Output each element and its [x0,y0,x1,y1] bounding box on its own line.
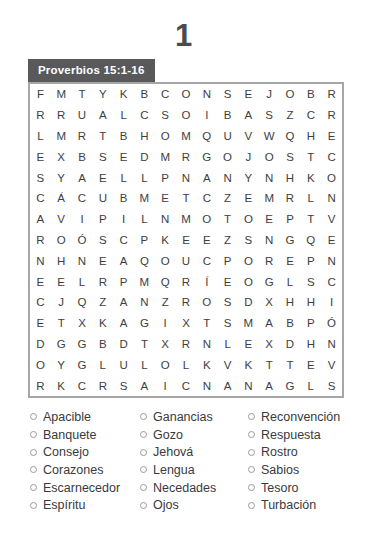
workbook-page: 1 Proverbios 15:1-16 FMTYKBCONSEJOBRRRUA… [0,0,367,550]
grid-cell-r11c3[interactable]: Q [72,292,93,313]
grid-cell-r1c8[interactable]: O [176,84,197,105]
grid-cell-r1c13[interactable]: O [280,84,301,105]
grid-cell-r3c6[interactable]: H [134,126,155,147]
grid-cell-r8c14[interactable]: Q [300,230,321,251]
grid-cell-r5c15[interactable]: O [321,167,342,188]
grid-cell-r9c2[interactable]: H [51,250,72,271]
grid-cell-r14c9[interactable]: K [196,354,217,375]
bullet-circle-icon [140,502,147,509]
grid-cell-r9c5[interactable]: A [113,250,134,271]
bullet-circle-icon [248,502,255,509]
grid-cell-r14c3[interactable]: G [72,354,93,375]
bullet-circle-icon [140,484,147,491]
grid-cell-r6c6[interactable]: M [134,188,155,209]
grid-cell-r13c3[interactable]: G [72,334,93,355]
grid-cell-r1c1[interactable]: F [30,84,51,105]
word-label: Rostro [261,445,298,459]
grid-cell-r9c12[interactable]: R [259,250,280,271]
grid-cell-r6c1[interactable]: C [30,188,51,209]
grid-cell-r1c15[interactable]: R [321,84,342,105]
grid-cell-r7c3[interactable]: I [72,209,93,230]
grid-cell-r15c14[interactable]: L [300,375,321,396]
grid-cell-r1c14[interactable]: B [300,84,321,105]
word-list: ApacibleBanqueteConsejoCorazonesEscarnec… [30,408,362,514]
grid-cell-r1c2[interactable]: M [51,84,72,105]
grid-cell-r1c3[interactable]: T [72,84,93,105]
grid-cell-r8c10[interactable]: Z [217,230,238,251]
grid-cell-r15c1[interactable]: R [30,375,51,396]
grid-cell-r8c12[interactable]: N [259,230,280,251]
grid-cell-r9c8[interactable]: U [176,250,197,271]
grid-cell-r4c4[interactable]: S [92,146,113,167]
grid-cell-r1c11[interactable]: E [238,84,259,105]
grid-cell-r8c9[interactable]: E [196,230,217,251]
grid-cell-r13c5[interactable]: D [113,334,134,355]
grid-cell-r3c2[interactable]: M [51,126,72,147]
word-label: Espíritu [43,498,85,512]
word-column-1: ApacibleBanqueteConsejoCorazonesEscarnec… [30,408,140,514]
grid-cell-r14c4[interactable]: L [92,354,113,375]
word-label: Lengua [153,463,195,477]
grid-cell-r2c4[interactable]: A [92,105,113,126]
grid-cell-r3c11[interactable]: V [238,126,259,147]
grid-cell-r15c9[interactable]: N [196,375,217,396]
grid-cell-r13c12[interactable]: X [259,334,280,355]
grid-cell-r2c5[interactable]: L [113,105,134,126]
grid-cell-r10c13[interactable]: L [280,271,301,292]
grid-cell-r6c15[interactable]: N [321,188,342,209]
grid-cell-r6c10[interactable]: Z [217,188,238,209]
grid-cell-r13c8[interactable]: R [176,334,197,355]
grid-cell-r1c5[interactable]: K [113,84,134,105]
grid-cell-r12c7[interactable]: I [155,313,176,334]
word-item[interactable]: Gozo [140,426,248,444]
grid-cell-r9c1[interactable]: N [30,250,51,271]
grid-cell-r15c8[interactable]: C [176,375,197,396]
grid-cell-r14c5[interactable]: U [113,354,134,375]
grid-cell-r5c2[interactable]: Y [51,167,72,188]
grid-cell-r2c15[interactable]: R [321,105,342,126]
grid-cell-r7c14[interactable]: T [300,209,321,230]
grid-cell-r4c5[interactable]: E [113,146,134,167]
grid-cell-r10c15[interactable]: C [321,271,342,292]
grid-cell-r6c8[interactable]: T [176,188,197,209]
grid-cell-r2c14[interactable]: C [300,105,321,126]
grid-cell-r4c12[interactable]: O [259,146,280,167]
grid-cell-r5c3[interactable]: A [72,167,93,188]
grid-cell-r5c9[interactable]: A [196,167,217,188]
bullet-circle-icon [30,449,37,456]
grid-cell-r9c9[interactable]: C [196,250,217,271]
word-label: Banquete [43,428,97,442]
grid-cell-r14c10[interactable]: V [217,354,238,375]
grid-cell-r13c9[interactable]: N [196,334,217,355]
grid-cell-r11c14[interactable]: H [300,292,321,313]
bullet-circle-icon [248,431,255,438]
bullet-circle-icon [30,502,37,509]
grid-cell-r14c12[interactable]: T [259,354,280,375]
grid-cell-r5c13[interactable]: H [280,167,301,188]
grid-cell-r7c10[interactable]: T [217,209,238,230]
grid-cell-r11c9[interactable]: O [196,292,217,313]
word-label: Corazones [43,463,103,477]
grid-cell-r4c10[interactable]: O [217,146,238,167]
grid-cell-r15c6[interactable]: A [134,375,155,396]
grid-cell-r1c12[interactable]: J [259,84,280,105]
grid-cell-r9c4[interactable]: E [92,250,113,271]
word-item[interactable]: Espíritu [30,496,140,514]
word-label: Turbación [261,498,316,512]
page-number-title: 1 [0,18,367,54]
grid-cell-r5c5[interactable]: L [113,167,134,188]
grid-cell-r3c9[interactable]: Q [196,126,217,147]
grid-cell-r10c3[interactable]: L [72,271,93,292]
grid-cell-r15c13[interactable]: G [280,375,301,396]
grid-cell-r8c11[interactable]: S [238,230,259,251]
grid-cell-r14c13[interactable]: T [280,354,301,375]
word-label: Escarnecedor [43,481,120,495]
grid-cell-r10c6[interactable]: M [134,271,155,292]
grid-cell-r11c4[interactable]: Z [92,292,113,313]
word-label: Jehová [153,445,193,459]
grid-cell-r7c2[interactable]: V [51,209,72,230]
grid-cell-r11c12[interactable]: X [259,292,280,313]
grid-cell-r15c7[interactable]: I [155,375,176,396]
grid-cell-r11c13[interactable]: H [280,292,301,313]
grid-cell-r5c10[interactable]: N [217,167,238,188]
word-label: Tesoro [261,481,299,495]
grid-cell-r9c7[interactable]: O [155,250,176,271]
grid-cell-r7c11[interactable]: O [238,209,259,230]
grid-cell-r10c5[interactable]: P [113,271,134,292]
grid-cell-r5c14[interactable]: K [300,167,321,188]
word-item[interactable]: Tesoro [248,479,362,497]
word-search-grid: FMTYKBCONSEJOBRRRUALCSOIBASZCRLMRTBHOMQU… [28,82,344,398]
grid-cell-r13c6[interactable]: T [134,334,155,355]
grid-cell-r7c6[interactable]: L [134,209,155,230]
grid-cell-r1c4[interactable]: Y [92,84,113,105]
grid-cell-r2c7[interactable]: S [155,105,176,126]
grid-cell-r7c9[interactable]: O [196,209,217,230]
grid-cell-r10c1[interactable]: E [30,271,51,292]
grid-cell-r12c12[interactable]: A [259,313,280,334]
grid-cell-r15c11[interactable]: N [238,375,259,396]
word-item[interactable]: Corazones [30,461,140,479]
grid-cell-r4c3[interactable]: B [72,146,93,167]
grid-cell-r8c3[interactable]: Ó [72,230,93,251]
grid-cell-r8c6[interactable]: P [134,230,155,251]
grid-cell-r10c12[interactable]: G [259,271,280,292]
word-label: Respuesta [261,428,321,442]
grid-cell-r2c8[interactable]: O [176,105,197,126]
grid-cell-r13c4[interactable]: B [92,334,113,355]
grid-cell-r4c1[interactable]: E [30,146,51,167]
grid-cell-r11c15[interactable]: I [321,292,342,313]
word-item[interactable]: Ojos [140,496,248,514]
grid-cell-r9c15[interactable]: N [321,250,342,271]
grid-cell-r6c11[interactable]: E [238,188,259,209]
bullet-circle-icon [248,466,255,473]
grid-cell-r12c5[interactable]: A [113,313,134,334]
grid-cell-r5c4[interactable]: E [92,167,113,188]
grid-cell-r15c12[interactable]: A [259,375,280,396]
grid-cell-r2c1[interactable]: R [30,105,51,126]
grid-cell-r13c2[interactable]: G [51,334,72,355]
grid-cell-r12c13[interactable]: B [280,313,301,334]
grid-cell-r6c5[interactable]: B [113,188,134,209]
word-label: Ojos [153,498,179,512]
grid-cell-r7c12[interactable]: E [259,209,280,230]
grid-cell-r12c6[interactable]: G [134,313,155,334]
grid-cell-r5c6[interactable]: L [134,167,155,188]
word-item[interactable]: Ganancias [140,408,248,426]
word-item[interactable]: Necedades [140,479,248,497]
bullet-circle-icon [140,449,147,456]
grid-cell-r8c1[interactable]: R [30,230,51,251]
grid-cell-r6c2[interactable]: Á [51,188,72,209]
grid-cell-r14c1[interactable]: O [30,354,51,375]
grid-cell-r2c13[interactable]: Z [280,105,301,126]
grid-cell-r11c8[interactable]: R [176,292,197,313]
grid-cell-r13c13[interactable]: D [280,334,301,355]
grid-cell-r12c14[interactable]: P [300,313,321,334]
grid-cell-r12c2[interactable]: T [51,313,72,334]
grid-cell-r3c1[interactable]: L [30,126,51,147]
word-label: Necedades [153,481,216,495]
grid-cell-r3c7[interactable]: O [155,126,176,147]
grid-cell-r13c7[interactable]: X [155,334,176,355]
grid-cell-r14c8[interactable]: L [176,354,197,375]
grid-cell-r3c4[interactable]: T [92,126,113,147]
scripture-reference-tab: Proverbios 15:1-16 [28,59,155,82]
grid-cell-r12c9[interactable]: T [196,313,217,334]
grid-cell-r11c6[interactable]: N [134,292,155,313]
word-item[interactable]: Apacible [30,408,140,426]
grid-cell-r2c2[interactable]: R [51,105,72,126]
grid-cell-r10c10[interactable]: E [217,271,238,292]
grid-cell-r1c9[interactable]: N [196,84,217,105]
grid-cell-r6c14[interactable]: L [300,188,321,209]
grid-cell-r12c10[interactable]: S [217,313,238,334]
grid-cell-r5c8[interactable]: N [176,167,197,188]
grid-cell-r8c5[interactable]: C [113,230,134,251]
grid-cell-r8c4[interactable]: S [92,230,113,251]
grid-cell-r10c2[interactable]: E [51,271,72,292]
grid-cell-r7c5[interactable]: I [113,209,134,230]
bullet-circle-icon [30,466,37,473]
grid-cell-r11c11[interactable]: D [238,292,259,313]
word-item[interactable]: Consejo [30,443,140,461]
grid-cell-r9c3[interactable]: N [72,250,93,271]
grid-cell-r6c13[interactable]: R [280,188,301,209]
grid-cell-r2c11[interactable]: A [238,105,259,126]
scripture-reference-label: Proverbios 15:1-16 [38,64,145,76]
grid-cell-r8c2[interactable]: O [51,230,72,251]
bullet-circle-icon [248,413,255,420]
grid-cell-r14c7[interactable]: O [155,354,176,375]
grid-cell-r3c3[interactable]: R [72,126,93,147]
grid-cell-r14c11[interactable]: K [238,354,259,375]
grid-cell-r6c7[interactable]: E [155,188,176,209]
grid-cell-r9c13[interactable]: E [280,250,301,271]
grid-cell-r15c5[interactable]: S [113,375,134,396]
grid-cell-r4c15[interactable]: C [321,146,342,167]
grid-cell-r1c10[interactable]: S [217,84,238,105]
grid-cell-r15c10[interactable]: A [217,375,238,396]
grid-cell-r3c13[interactable]: Q [280,126,301,147]
grid-cell-r15c3[interactable]: C [72,375,93,396]
bullet-circle-icon [140,413,147,420]
word-item[interactable]: Sabios [248,461,362,479]
grid-cell-r15c4[interactable]: R [92,375,113,396]
grid-cell-r7c15[interactable]: V [321,209,342,230]
grid-cell-r9c6[interactable]: Q [134,250,155,271]
grid-cell-r4c9[interactable]: G [196,146,217,167]
grid-cell-r10c4[interactable]: R [92,271,113,292]
grid-cell-r4c13[interactable]: S [280,146,301,167]
bullet-circle-icon [248,484,255,491]
grid-cell-r8c7[interactable]: K [155,230,176,251]
grid-cell-r8c13[interactable]: G [280,230,301,251]
grid-cell-r12c3[interactable]: X [72,313,93,334]
grid-cell-r14c2[interactable]: Y [51,354,72,375]
grid-cell-r14c14[interactable]: E [300,354,321,375]
grid-cell-r10c11[interactable]: O [238,271,259,292]
grid-cell-r9c10[interactable]: P [217,250,238,271]
grid-cell-r12c8[interactable]: X [176,313,197,334]
grid-cell-r12c4[interactable]: K [92,313,113,334]
word-label: Consejo [43,445,89,459]
grid-cell-r13c11[interactable]: E [238,334,259,355]
grid-cell-r12c1[interactable]: E [30,313,51,334]
grid-cell-r3c5[interactable]: B [113,126,134,147]
grid-cell-r5c1[interactable]: S [30,167,51,188]
bullet-circle-icon [248,449,255,456]
grid-cell-r11c5[interactable]: A [113,292,134,313]
grid-cell-r7c1[interactable]: A [30,209,51,230]
grid-cell-r3c8[interactable]: M [176,126,197,147]
grid-cell-r13c10[interactable]: L [217,334,238,355]
grid-cell-r10c8[interactable]: R [176,271,197,292]
grid-cell-r7c7[interactable]: N [155,209,176,230]
word-label: Apacible [43,410,91,424]
grid-cell-r6c3[interactable]: C [72,188,93,209]
bullet-circle-icon [140,466,147,473]
grid-cell-r2c6[interactable]: C [134,105,155,126]
grid-cell-r3c10[interactable]: U [217,126,238,147]
grid-cell-r1c6[interactable]: B [134,84,155,105]
grid-cell-r11c7[interactable]: Z [155,292,176,313]
word-item[interactable]: Respuesta [248,426,362,444]
grid-cell-r14c15[interactable]: V [321,354,342,375]
grid-cell-r6c9[interactable]: C [196,188,217,209]
grid-cell-r14c6[interactable]: L [134,354,155,375]
grid-cell-r13c1[interactable]: D [30,334,51,355]
grid-cell-r4c6[interactable]: D [134,146,155,167]
word-column-3: ReconvenciónRespuestaRostroSabiosTesoroT… [248,408,362,514]
word-item[interactable]: Turbación [248,496,362,514]
grid-cell-r10c14[interactable]: S [300,271,321,292]
grid-cell-r9c11[interactable]: O [238,250,259,271]
grid-cell-r7c8[interactable]: M [176,209,197,230]
bullet-circle-icon [140,431,147,438]
grid-cell-r2c3[interactable]: U [72,105,93,126]
grid-cell-r10c9[interactable]: Í [196,271,217,292]
grid-cell-r11c10[interactable]: S [217,292,238,313]
grid-cell-r5c7[interactable]: P [155,167,176,188]
word-item[interactable]: Jehová [140,443,248,461]
grid-cell-r4c2[interactable]: X [51,146,72,167]
grid-cell-r3c14[interactable]: H [300,126,321,147]
grid-cell-r7c4[interactable]: P [92,209,113,230]
grid-cell-r15c2[interactable]: K [51,375,72,396]
grid-cell-r6c4[interactable]: U [92,188,113,209]
bullet-circle-icon [30,484,37,491]
bullet-circle-icon [30,413,37,420]
grid-cell-r12c11[interactable]: M [238,313,259,334]
grid-cell-r8c8[interactable]: E [176,230,197,251]
grid-cell-r2c10[interactable]: B [217,105,238,126]
word-label: Sabios [261,463,299,477]
grid-cell-r5c11[interactable]: Y [238,167,259,188]
word-label: Ganancias [153,410,213,424]
grid-cell-r13c14[interactable]: H [300,334,321,355]
word-item[interactable]: Rostro [248,443,362,461]
grid-cell-r2c9[interactable]: I [196,105,217,126]
grid-cell-r4c14[interactable]: T [300,146,321,167]
grid-cell-r3c12[interactable]: W [259,126,280,147]
word-column-2: GananciasGozoJehováLenguaNecedadesOjos [140,408,248,514]
grid-cell-r9c14[interactable]: P [300,250,321,271]
grid-cell-r15c15[interactable]: S [321,375,342,396]
word-label: Reconvención [261,410,340,424]
grid-cell-r13c15[interactable]: N [321,334,342,355]
grid-cell-r11c1[interactable]: C [30,292,51,313]
grid-cell-r4c7[interactable]: M [155,146,176,167]
grid-cell-r10c7[interactable]: Q [155,271,176,292]
grid-cell-r12c15[interactable]: Ó [321,313,342,334]
word-item[interactable]: Escarnecedor [30,479,140,497]
word-item[interactable]: Lengua [140,461,248,479]
word-item[interactable]: Reconvención [248,408,362,426]
grid-cell-r2c12[interactable]: S [259,105,280,126]
bullet-circle-icon [30,431,37,438]
word-label: Gozo [153,428,183,442]
grid-cell-r1c7[interactable]: C [155,84,176,105]
grid-cell-r4c11[interactable]: J [238,146,259,167]
grid-cell-r5c12[interactable]: N [259,167,280,188]
grid-cell-r4c8[interactable]: R [176,146,197,167]
grid-cell-r3c15[interactable]: E [321,126,342,147]
grid-cell-r8c15[interactable]: E [321,230,342,251]
grid-cell-r11c2[interactable]: J [51,292,72,313]
word-item[interactable]: Banquete [30,426,140,444]
grid-cell-r7c13[interactable]: P [280,209,301,230]
grid-cell-r6c12[interactable]: M [259,188,280,209]
